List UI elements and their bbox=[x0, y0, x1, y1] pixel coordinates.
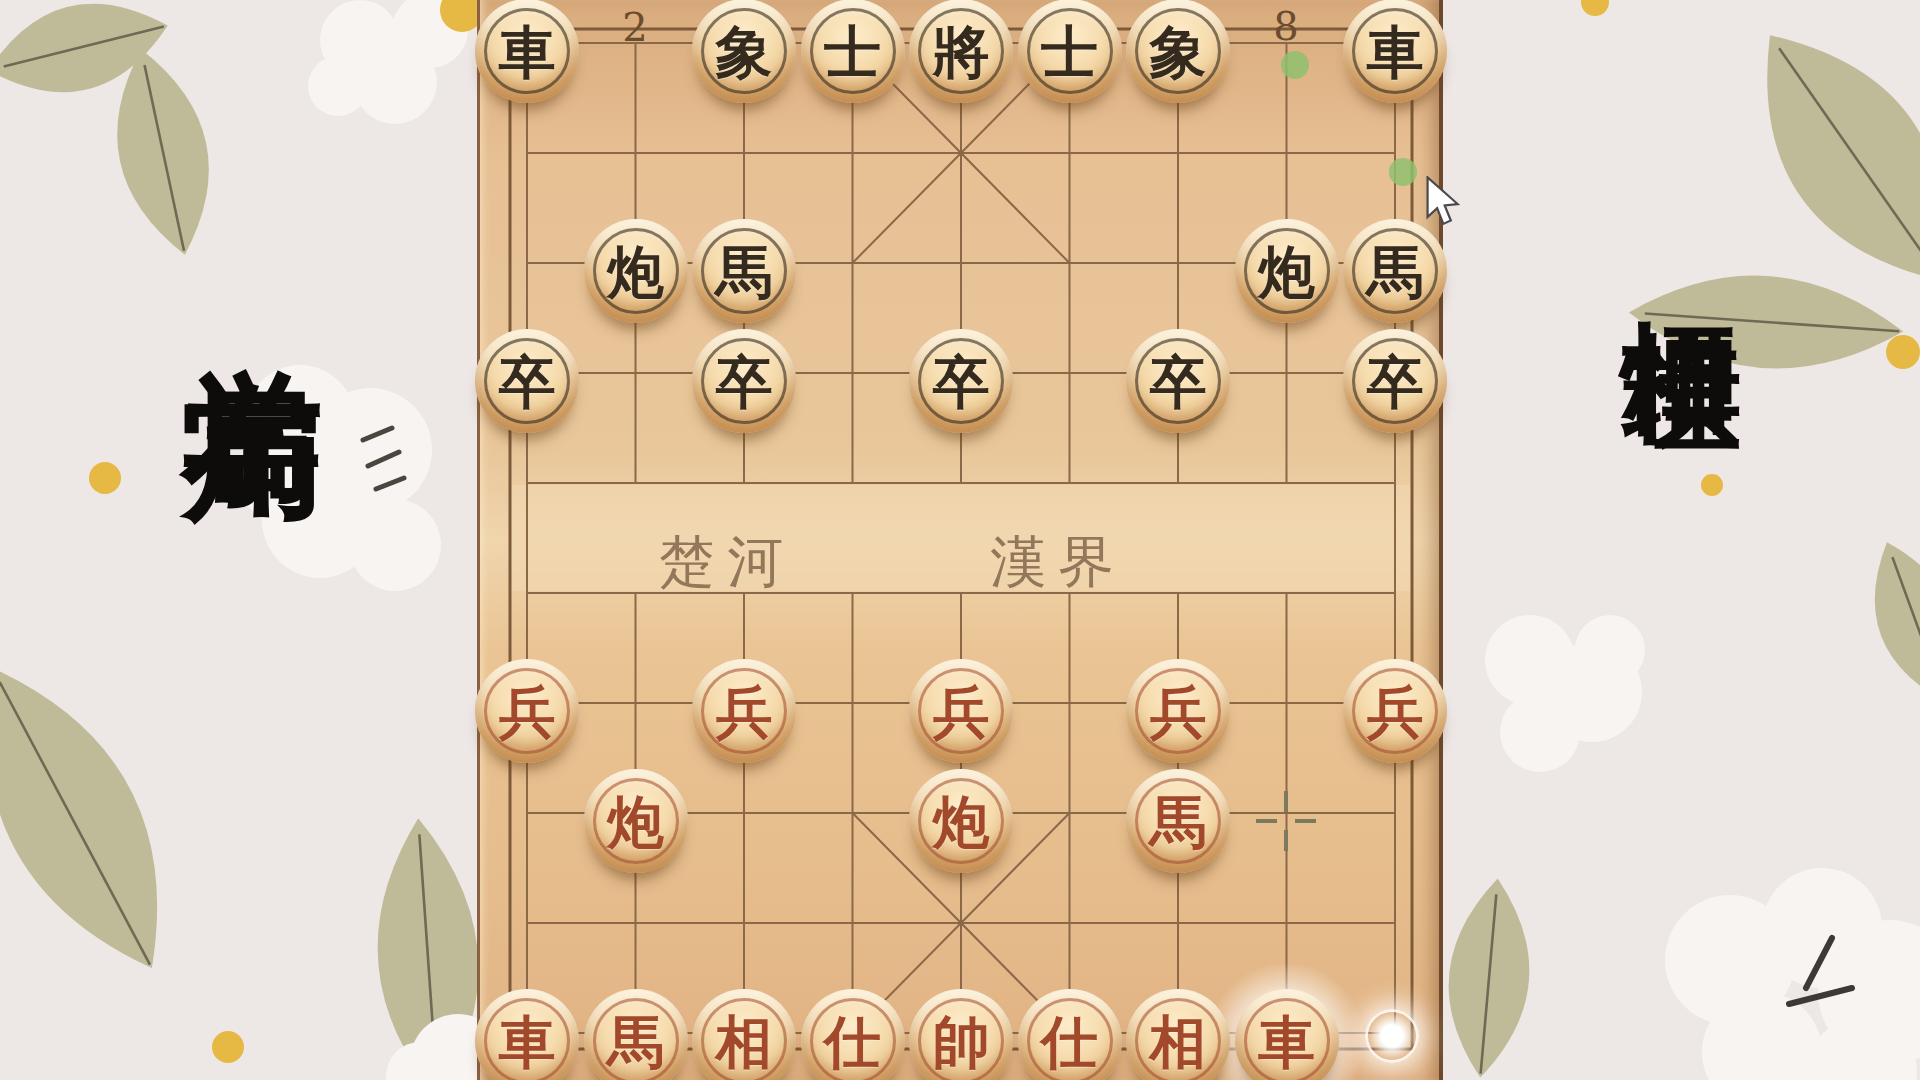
piece-black-horse[interactable]: 馬 bbox=[1343, 219, 1447, 323]
piece-glyph: 仕 bbox=[824, 1013, 881, 1070]
piece-glyph: 車 bbox=[1367, 23, 1424, 80]
mouse-cursor-icon bbox=[1424, 176, 1464, 228]
move-origin-orb bbox=[1365, 1009, 1419, 1063]
piece-glyph: 炮 bbox=[1258, 243, 1315, 300]
piece-glyph: 車 bbox=[499, 23, 556, 80]
piece-black-soldier[interactable]: 卒 bbox=[909, 329, 1013, 433]
piece-glyph: 相 bbox=[1150, 1013, 1207, 1070]
piece-red-soldier[interactable]: 兵 bbox=[475, 659, 579, 763]
piece-glyph: 馬 bbox=[1367, 243, 1424, 300]
piece-glyph: 炮 bbox=[607, 243, 664, 300]
piece-black-soldier[interactable]: 卒 bbox=[692, 329, 796, 433]
piece-glyph: 將 bbox=[933, 23, 990, 80]
piece-glyph: 士 bbox=[824, 23, 881, 80]
piece-glyph: 相 bbox=[716, 1013, 773, 1070]
piece-glyph: 卒 bbox=[716, 353, 773, 410]
video-frame: 学布局 悟棋理 楚河 漢界 2 8 車象士將士象車炮馬炮馬卒卒卒卒卒兵兵兵兵兵炮… bbox=[0, 0, 1920, 1080]
piece-red-horse[interactable]: 馬 bbox=[1126, 769, 1230, 873]
piece-glyph: 兵 bbox=[1367, 683, 1424, 740]
piece-red-cannon[interactable]: 炮 bbox=[584, 769, 688, 873]
piece-black-chariot[interactable]: 車 bbox=[475, 0, 579, 103]
piece-black-chariot[interactable]: 車 bbox=[1343, 0, 1447, 103]
piece-glyph: 仕 bbox=[1041, 1013, 1098, 1070]
piece-glyph: 車 bbox=[1258, 1013, 1315, 1070]
piece-glyph: 兵 bbox=[499, 683, 556, 740]
piece-glyph: 帥 bbox=[933, 1013, 990, 1070]
piece-black-cannon[interactable]: 炮 bbox=[584, 219, 688, 323]
last-move-dot bbox=[1281, 51, 1309, 79]
river-label-left: 楚河 bbox=[659, 525, 795, 601]
board-grid bbox=[0, 0, 1920, 1080]
piece-glyph: 兵 bbox=[1150, 683, 1207, 740]
piece-glyph: 馬 bbox=[716, 243, 773, 300]
river-label-right: 漢界 bbox=[990, 525, 1126, 601]
file-label-8: 8 bbox=[1273, 3, 1298, 49]
piece-glyph: 卒 bbox=[933, 353, 990, 410]
piece-black-elephant[interactable]: 象 bbox=[692, 0, 796, 103]
piece-glyph: 士 bbox=[1041, 23, 1098, 80]
piece-black-soldier[interactable]: 卒 bbox=[1343, 329, 1447, 433]
piece-black-soldier[interactable]: 卒 bbox=[1126, 329, 1230, 433]
piece-glyph: 兵 bbox=[716, 683, 773, 740]
piece-glyph: 象 bbox=[716, 23, 773, 80]
piece-black-cannon[interactable]: 炮 bbox=[1235, 219, 1339, 323]
piece-glyph: 卒 bbox=[1367, 353, 1424, 410]
piece-red-soldier[interactable]: 兵 bbox=[692, 659, 796, 763]
piece-red-cannon[interactable]: 炮 bbox=[909, 769, 1013, 873]
piece-glyph: 車 bbox=[499, 1013, 556, 1070]
piece-black-advisor[interactable]: 士 bbox=[1018, 0, 1122, 103]
piece-black-elephant[interactable]: 象 bbox=[1126, 0, 1230, 103]
river-band bbox=[511, 485, 1412, 591]
piece-glyph: 馬 bbox=[607, 1013, 664, 1070]
piece-glyph: 炮 bbox=[607, 793, 664, 850]
piece-glyph: 馬 bbox=[1150, 793, 1207, 850]
piece-glyph: 卒 bbox=[1150, 353, 1207, 410]
file-label-2: 2 bbox=[622, 4, 647, 50]
piece-glyph: 象 bbox=[1150, 23, 1207, 80]
piece-glyph: 炮 bbox=[933, 793, 990, 850]
piece-black-general[interactable]: 將 bbox=[909, 0, 1013, 103]
piece-red-soldier[interactable]: 兵 bbox=[1126, 659, 1230, 763]
piece-red-soldier[interactable]: 兵 bbox=[909, 659, 1013, 763]
piece-glyph: 兵 bbox=[933, 683, 990, 740]
piece-black-advisor[interactable]: 士 bbox=[801, 0, 905, 103]
piece-black-soldier[interactable]: 卒 bbox=[475, 329, 579, 433]
piece-red-soldier[interactable]: 兵 bbox=[1343, 659, 1447, 763]
piece-glyph: 卒 bbox=[499, 353, 556, 410]
piece-black-horse[interactable]: 馬 bbox=[692, 219, 796, 323]
last-move-dot bbox=[1389, 158, 1417, 186]
